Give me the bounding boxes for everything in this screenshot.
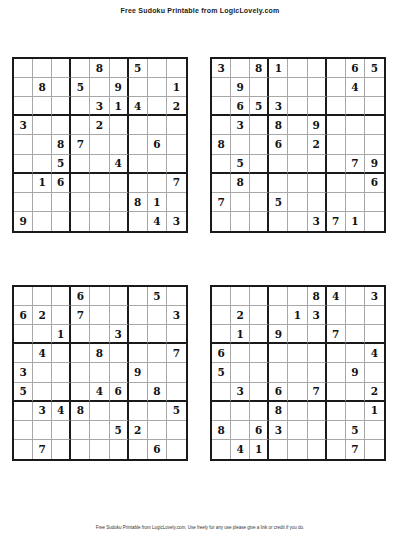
- sudoku-cell-r4c6: [110, 344, 129, 363]
- sudoku-cell-r8c8: [346, 193, 365, 212]
- sudoku-cell-r5c9: [365, 363, 384, 382]
- sudoku-cell-r2c7: [129, 78, 148, 97]
- sudoku-cell-r7c9: 1: [365, 402, 384, 421]
- sudoku-cell-r5c7: [327, 135, 346, 154]
- sudoku-cell-r3c9: [365, 97, 384, 116]
- sudoku-cell-r1c3: [52, 59, 71, 78]
- sudoku-cell-r6c9: [167, 155, 186, 174]
- sudoku-cell-r7c7: [129, 174, 148, 193]
- sudoku-cell-r7c4: 8: [71, 402, 90, 421]
- sudoku-cell-r3c7: [327, 97, 346, 116]
- sudoku-cell-r4c3: [52, 116, 71, 135]
- sudoku-cell-r7c2: 8: [231, 174, 250, 193]
- sudoku-cell-r6c5: [288, 155, 307, 174]
- sudoku-cell-r7c1: [14, 174, 33, 193]
- sudoku-cell-r8c4: 3: [269, 421, 288, 440]
- sudoku-cell-r2c1: [14, 78, 33, 97]
- sudoku-cell-r5c9: [365, 135, 384, 154]
- sudoku-cell-r5c9: [167, 363, 186, 382]
- sudoku-cell-r9c4: [269, 212, 288, 231]
- sudoku-cell-r3c6: [308, 97, 327, 116]
- sudoku-cell-r5c1: 3: [14, 363, 33, 382]
- sudoku-cell-r5c3: [52, 363, 71, 382]
- sudoku-cell-r1c4: [71, 59, 90, 78]
- sudoku-cell-r1c8: 5: [148, 287, 167, 306]
- sudoku-cell-r1c6: 8: [308, 287, 327, 306]
- sudoku-cell-r9c4: [71, 440, 90, 459]
- sudoku-cell-r8c1: [14, 421, 33, 440]
- sudoku-cell-r5c1: [14, 135, 33, 154]
- sudoku-cell-r3c4: 9: [269, 325, 288, 344]
- sudoku-cell-r7c6: [110, 174, 129, 193]
- sudoku-cell-r9c3: [52, 212, 71, 231]
- sudoku-cell-r4c3: [250, 116, 269, 135]
- sudoku-cell-r4c5: [288, 116, 307, 135]
- sudoku-cell-r7c1: [212, 174, 231, 193]
- sudoku-cell-r1c9: [167, 287, 186, 306]
- sudoku-cell-r2c8: [148, 78, 167, 97]
- sudoku-cell-r9c5: [90, 212, 109, 231]
- sudoku-cell-r7c9: 5: [167, 402, 186, 421]
- sudoku-cell-r4c6: 9: [308, 116, 327, 135]
- sudoku-cell-r9c2: 4: [231, 440, 250, 459]
- sudoku-cell-r4c5: [288, 344, 307, 363]
- sudoku-cell-r8c5: [90, 193, 109, 212]
- sudoku-cell-r2c8: 4: [346, 78, 365, 97]
- sudoku-cell-r4c6: [110, 116, 129, 135]
- sudoku-cell-r9c6: 3: [308, 212, 327, 231]
- sudoku-cell-r6c4: [71, 383, 90, 402]
- sudoku-cell-r5c6: 2: [308, 135, 327, 154]
- sudoku-cell-r7c5: [288, 402, 307, 421]
- sudoku-cell-r4c1: [14, 344, 33, 363]
- sudoku-cell-r9c9: [365, 440, 384, 459]
- sudoku-cell-r4c3: [250, 344, 269, 363]
- sudoku-cell-r6c7: [129, 383, 148, 402]
- sudoku-cell-r1c5: [288, 59, 307, 78]
- sudoku-cell-r4c1: [212, 116, 231, 135]
- sudoku-cell-r3c8: [148, 97, 167, 116]
- sudoku-cell-r3c1: [14, 325, 33, 344]
- sudoku-cell-r1c7: [129, 287, 148, 306]
- sudoku-cell-r6c2: 3: [231, 383, 250, 402]
- sudoku-cell-r5c8: 6: [148, 135, 167, 154]
- sudoku-cell-r2c2: 9: [231, 78, 250, 97]
- sudoku-cell-r8c9: [365, 421, 384, 440]
- sudoku-cell-r3c4: 3: [269, 97, 288, 116]
- sudoku-cell-r4c8: [346, 344, 365, 363]
- sudoku-cell-r2c3: [52, 78, 71, 97]
- sudoku-cell-r6c3: [250, 383, 269, 402]
- sudoku-cell-r9c8: 1: [346, 212, 365, 231]
- sudoku-cell-r4c7: [129, 344, 148, 363]
- sudoku-cell-r7c1: [212, 402, 231, 421]
- sudoku-cell-r7c2: 1: [33, 174, 52, 193]
- sudoku-cell-r4c4: [269, 344, 288, 363]
- sudoku-cell-r8c9: [365, 193, 384, 212]
- sudoku-cell-r8c8: 1: [148, 193, 167, 212]
- sudoku-cell-r1c1: [212, 287, 231, 306]
- sudoku-cell-r4c5: 2: [90, 116, 109, 135]
- sudoku-cell-r2c4: [269, 78, 288, 97]
- sudoku-cell-r2c9: [365, 306, 384, 325]
- sudoku-cell-r9c3: [52, 440, 71, 459]
- sudoku-cell-r3c6: [308, 325, 327, 344]
- sudoku-cell-r8c8: 5: [346, 421, 365, 440]
- sudoku-cell-r6c5: 4: [90, 383, 109, 402]
- sudoku-cell-r6c8: 8: [148, 383, 167, 402]
- sudoku-cell-r1c5: [90, 287, 109, 306]
- sudoku-cell-r4c7: [327, 116, 346, 135]
- sudoku-cell-r2c5: [288, 78, 307, 97]
- sudoku-cell-r5c4: [269, 363, 288, 382]
- sudoku-cell-r4c2: 3: [231, 116, 250, 135]
- sudoku-cell-r2c5: 1: [288, 306, 307, 325]
- sudoku-cell-r9c7: [327, 440, 346, 459]
- sudoku-cell-r1c7: 5: [129, 59, 148, 78]
- sudoku-cell-r4c7: [129, 116, 148, 135]
- sudoku-cell-r3c3: [52, 97, 71, 116]
- sudoku-cell-r3c2: [33, 97, 52, 116]
- sudoku-cell-r4c4: [71, 116, 90, 135]
- sudoku-cell-r8c7: 2: [129, 421, 148, 440]
- sudoku-cell-r6c2: 5: [231, 155, 250, 174]
- sudoku-cell-r9c1: [14, 440, 33, 459]
- sudoku-cell-r4c8: [148, 344, 167, 363]
- sudoku-cell-r1c6: [110, 287, 129, 306]
- sudoku-cell-r5c3: 8: [52, 135, 71, 154]
- sudoku-cell-r5c2: [231, 363, 250, 382]
- sudoku-cell-r6c1: [212, 155, 231, 174]
- sudoku-cell-r1c3: 8: [250, 59, 269, 78]
- sudoku-cell-r7c9: 7: [167, 174, 186, 193]
- sudoku-cell-r8c4: 5: [269, 193, 288, 212]
- sudoku-cell-r6c8: [346, 383, 365, 402]
- sudoku-cell-r6c1: [14, 155, 33, 174]
- sudoku-cell-r2c6: [110, 306, 129, 325]
- sudoku-cell-r4c9: 4: [365, 344, 384, 363]
- sudoku-cell-r9c8: 4: [148, 212, 167, 231]
- sudoku-cell-r6c1: 5: [14, 383, 33, 402]
- sudoku-cell-r9c9: 3: [167, 212, 186, 231]
- sudoku-cell-r7c7: [327, 174, 346, 193]
- sudoku-cell-r3c4: [71, 325, 90, 344]
- sudoku-cell-r2c1: [212, 306, 231, 325]
- sudoku-cell-r7c6: [110, 402, 129, 421]
- sudoku-cell-r3c8: [148, 325, 167, 344]
- page-title: Free Sudoku Printable from LogicLovely.c…: [0, 7, 400, 14]
- sudoku-cell-r3c9: [365, 325, 384, 344]
- sudoku-cell-r7c8: [148, 402, 167, 421]
- footer-credit: Free Sudoku Printable from LogicLovely.c…: [0, 525, 400, 530]
- sudoku-cell-r5c5: [288, 135, 307, 154]
- sudoku-cell-r4c2: [231, 344, 250, 363]
- sudoku-cell-r1c7: 4: [327, 287, 346, 306]
- sudoku-cell-r2c5: [90, 78, 109, 97]
- sudoku-cell-r5c7: [327, 363, 346, 382]
- sudoku-cell-r2c9: 3: [167, 306, 186, 325]
- sudoku-cell-r6c5: [90, 155, 109, 174]
- sudoku-cell-r3c5: [90, 325, 109, 344]
- sudoku-cell-r8c5: [288, 193, 307, 212]
- sudoku-cell-r7c6: [308, 174, 327, 193]
- sudoku-cell-r1c2: [231, 59, 250, 78]
- sudoku-cell-r3c9: [167, 325, 186, 344]
- sudoku-cell-r9c6: [110, 212, 129, 231]
- sudoku-cell-r7c5: [90, 402, 109, 421]
- sudoku-cell-r2c2: 2: [231, 306, 250, 325]
- sudoku-cell-r8c1: 8: [212, 421, 231, 440]
- sudoku-cell-r6c3: 5: [52, 155, 71, 174]
- sudoku-cell-r2c9: [365, 78, 384, 97]
- sudoku-cell-r8c3: [250, 193, 269, 212]
- sudoku-cell-r6c6: 7: [308, 383, 327, 402]
- sudoku-cell-r6c4: 6: [269, 383, 288, 402]
- sudoku-cell-r1c2: [33, 287, 52, 306]
- sudoku-cell-r8c6: [308, 193, 327, 212]
- sudoku-cell-r8c2: [231, 421, 250, 440]
- sudoku-cell-r8c3: [52, 421, 71, 440]
- sudoku-cell-r3c7: [129, 325, 148, 344]
- sudoku-cell-r8c6: 5: [110, 421, 129, 440]
- sudoku-cell-r2c6: 9: [110, 78, 129, 97]
- sudoku-cell-r2c1: [212, 78, 231, 97]
- sudoku-cell-r8c7: [327, 421, 346, 440]
- sudoku-cell-r4c2: 4: [33, 344, 52, 363]
- sudoku-cell-r1c4: [269, 287, 288, 306]
- sudoku-cell-r3c2: 1: [231, 325, 250, 344]
- sudoku-cell-r6c9: 9: [365, 155, 384, 174]
- sudoku-cell-r9c7: [129, 440, 148, 459]
- sudoku-cell-r9c2: [231, 212, 250, 231]
- sudoku-cell-r9c6: [110, 440, 129, 459]
- sudoku-cell-r2c1: 6: [14, 306, 33, 325]
- sudoku-cell-r7c4: 8: [269, 402, 288, 421]
- sudoku-cell-r6c5: [288, 383, 307, 402]
- sudoku-cell-r4c9: [365, 116, 384, 135]
- sudoku-cell-r8c7: [327, 193, 346, 212]
- sudoku-cell-r1c1: [14, 287, 33, 306]
- sudoku-cell-r7c5: [288, 174, 307, 193]
- sudoku-cell-r8c9: [167, 421, 186, 440]
- sudoku-cell-r6c7: [327, 155, 346, 174]
- sudoku-cell-r3c5: [288, 97, 307, 116]
- sudoku-cell-r1c4: 6: [71, 287, 90, 306]
- sudoku-cell-r9c3: 1: [250, 440, 269, 459]
- sudoku-cell-r6c8: 7: [346, 155, 365, 174]
- sudoku-cell-r6c3: [250, 155, 269, 174]
- sudoku-cell-r2c4: 5: [71, 78, 90, 97]
- sudoku-cell-r2c3: [250, 78, 269, 97]
- sudoku-cell-r8c2: [231, 193, 250, 212]
- sudoku-cell-r5c7: 9: [129, 363, 148, 382]
- sudoku-cell-r3c8: [346, 97, 365, 116]
- sudoku-cell-r5c8: [148, 363, 167, 382]
- sudoku-cell-r6c9: 2: [365, 383, 384, 402]
- sudoku-cell-r3c7: 4: [129, 97, 148, 116]
- sudoku-cell-r4c3: [52, 344, 71, 363]
- sudoku-cell-r5c6: [308, 363, 327, 382]
- sudoku-cell-r4c5: 8: [90, 344, 109, 363]
- sudoku-cell-r8c9: [167, 193, 186, 212]
- sudoku-cell-r1c9: 3: [365, 287, 384, 306]
- sudoku-cell-r8c6: [308, 421, 327, 440]
- sudoku-cell-r2c7: [327, 306, 346, 325]
- sudoku-board-bottom-right: 84321319764593672818635417: [210, 285, 386, 461]
- sudoku-cell-r8c5: [90, 421, 109, 440]
- sudoku-cell-r2c3: [250, 306, 269, 325]
- sudoku-cell-r3c5: 3: [90, 97, 109, 116]
- sudoku-cell-r5c5: [90, 135, 109, 154]
- sudoku-cell-r5c6: [110, 135, 129, 154]
- sudoku-cell-r7c1: [14, 402, 33, 421]
- sudoku-cell-r6c7: [129, 155, 148, 174]
- sudoku-cell-r1c6: [308, 59, 327, 78]
- sudoku-cell-r9c8: 6: [148, 440, 167, 459]
- sudoku-cell-r7c3: [250, 402, 269, 421]
- sudoku-cell-r7c2: 3: [33, 402, 52, 421]
- sudoku-cell-r3c4: [71, 97, 90, 116]
- sudoku-cell-r4c4: [71, 344, 90, 363]
- sudoku-cell-r1c7: [327, 59, 346, 78]
- sudoku-cell-r8c8: [148, 421, 167, 440]
- sudoku-cell-r7c4: [71, 174, 90, 193]
- sudoku-cell-r1c3: [52, 287, 71, 306]
- sudoku-cell-r1c8: 6: [346, 59, 365, 78]
- sudoku-cell-r3c2: 6: [231, 97, 250, 116]
- sudoku-cell-r9c9: [167, 440, 186, 459]
- sudoku-cell-r6c6: 6: [110, 383, 129, 402]
- sudoku-cell-r9c7: 7: [327, 212, 346, 231]
- sudoku-cell-r9c7: [129, 212, 148, 231]
- sudoku-cell-r9c1: [212, 440, 231, 459]
- sudoku-cell-r5c6: [110, 363, 129, 382]
- sudoku-cell-r9c1: 9: [14, 212, 33, 231]
- sudoku-cell-r9c2: 7: [33, 440, 52, 459]
- sudoku-cell-r6c6: [308, 155, 327, 174]
- sudoku-cell-r8c4: [71, 421, 90, 440]
- sudoku-cell-r5c1: 5: [212, 363, 231, 382]
- sudoku-cell-r4c8: [148, 116, 167, 135]
- sudoku-cell-r1c4: 1: [269, 59, 288, 78]
- sudoku-cell-r6c6: 4: [110, 155, 129, 174]
- sudoku-cell-r6c3: [52, 383, 71, 402]
- sudoku-cell-r3c3: 1: [52, 325, 71, 344]
- sudoku-cell-r7c9: 6: [365, 174, 384, 193]
- sudoku-cell-r4c2: [33, 116, 52, 135]
- sudoku-cell-r4c1: 6: [212, 344, 231, 363]
- sudoku-cell-r7c2: [231, 402, 250, 421]
- sudoku-cell-r9c1: [212, 212, 231, 231]
- sudoku-cell-r2c5: [90, 306, 109, 325]
- sudoku-cell-r5c8: 9: [346, 363, 365, 382]
- sudoku-cell-r8c3: [52, 193, 71, 212]
- sudoku-cell-r3c1: [14, 97, 33, 116]
- sudoku-cell-r5c4: [71, 363, 90, 382]
- sudoku-cell-r2c8: [148, 306, 167, 325]
- sudoku-cell-r9c6: [308, 440, 327, 459]
- sudoku-cell-r3c3: 5: [250, 97, 269, 116]
- sudoku-cell-r1c9: [167, 59, 186, 78]
- sudoku-cell-r8c2: [33, 193, 52, 212]
- sudoku-cell-r2c7: [327, 78, 346, 97]
- sudoku-cell-r8c1: [14, 193, 33, 212]
- sudoku-cell-r8c4: [71, 193, 90, 212]
- sudoku-cell-r3c1: [212, 325, 231, 344]
- sudoku-cell-r2c6: 3: [308, 306, 327, 325]
- sudoku-board-top-left: 8585913142328765416781943: [12, 57, 188, 233]
- sudoku-cell-r5c3: [250, 135, 269, 154]
- sudoku-cell-r1c2: [231, 287, 250, 306]
- sudoku-cell-r5c5: [90, 363, 109, 382]
- sudoku-cell-r1c5: [288, 287, 307, 306]
- sudoku-cell-r5c4: 7: [71, 135, 90, 154]
- sudoku-cell-r4c4: 8: [269, 116, 288, 135]
- sudoku-cell-r9c5: [288, 440, 307, 459]
- sudoku-cell-r9c5: [288, 212, 307, 231]
- sudoku-cell-r1c8: [148, 59, 167, 78]
- sudoku-cell-r3c7: 7: [327, 325, 346, 344]
- sudoku-cell-r8c3: 6: [250, 421, 269, 440]
- sudoku-cell-r7c8: [346, 174, 365, 193]
- sudoku-cell-r1c3: [250, 287, 269, 306]
- sudoku-cell-r6c2: [33, 155, 52, 174]
- sudoku-cell-r9c9: [365, 212, 384, 231]
- sudoku-board-bottom-left: 6562731348739546834855276: [12, 285, 188, 461]
- sudoku-cell-r5c4: 6: [269, 135, 288, 154]
- sudoku-cell-r1c1: [14, 59, 33, 78]
- sudoku-cell-r6c4: [269, 155, 288, 174]
- sudoku-cell-r1c9: 5: [365, 59, 384, 78]
- sudoku-cell-r1c1: 3: [212, 59, 231, 78]
- sudoku-cell-r2c7: [129, 306, 148, 325]
- sudoku-cell-r1c6: [110, 59, 129, 78]
- sudoku-cell-r3c1: [212, 97, 231, 116]
- sudoku-cell-r8c1: 7: [212, 193, 231, 212]
- sudoku-cell-r5c2: [33, 135, 52, 154]
- sudoku-cell-r6c1: [212, 383, 231, 402]
- printable-page: Free Sudoku Printable from LogicLovely.c…: [0, 0, 400, 539]
- sudoku-cell-r7c6: [308, 402, 327, 421]
- sudoku-cell-r5c3: [250, 363, 269, 382]
- sudoku-cell-r4c9: 7: [167, 344, 186, 363]
- sudoku-cell-r7c3: 6: [52, 174, 71, 193]
- sudoku-cell-r7c3: [250, 174, 269, 193]
- sudoku-cell-r5c8: [346, 135, 365, 154]
- sudoku-board-top-right: 38165946533898625798675371: [210, 57, 386, 233]
- sudoku-cell-r7c4: [269, 174, 288, 193]
- sudoku-cell-r2c9: 1: [167, 78, 186, 97]
- sudoku-cell-r7c5: [90, 174, 109, 193]
- sudoku-cell-r9c2: [33, 212, 52, 231]
- sudoku-cell-r7c7: [129, 402, 148, 421]
- sudoku-cell-r1c8: [346, 287, 365, 306]
- sudoku-cell-r3c5: [288, 325, 307, 344]
- sudoku-cell-r9c8: 7: [346, 440, 365, 459]
- sudoku-cell-r2c2: 8: [33, 78, 52, 97]
- sudoku-cell-r8c6: [110, 193, 129, 212]
- sudoku-cell-r2c4: 7: [71, 306, 90, 325]
- sudoku-cell-r8c2: [33, 421, 52, 440]
- sudoku-cell-r6c8: [148, 155, 167, 174]
- sudoku-cell-r5c2: [231, 135, 250, 154]
- sudoku-cell-r9c3: [250, 212, 269, 231]
- sudoku-cell-r9c4: [71, 212, 90, 231]
- sudoku-cell-r2c4: [269, 306, 288, 325]
- sudoku-cell-r6c9: [167, 383, 186, 402]
- sudoku-cell-r2c2: 2: [33, 306, 52, 325]
- sudoku-cell-r9c4: [269, 440, 288, 459]
